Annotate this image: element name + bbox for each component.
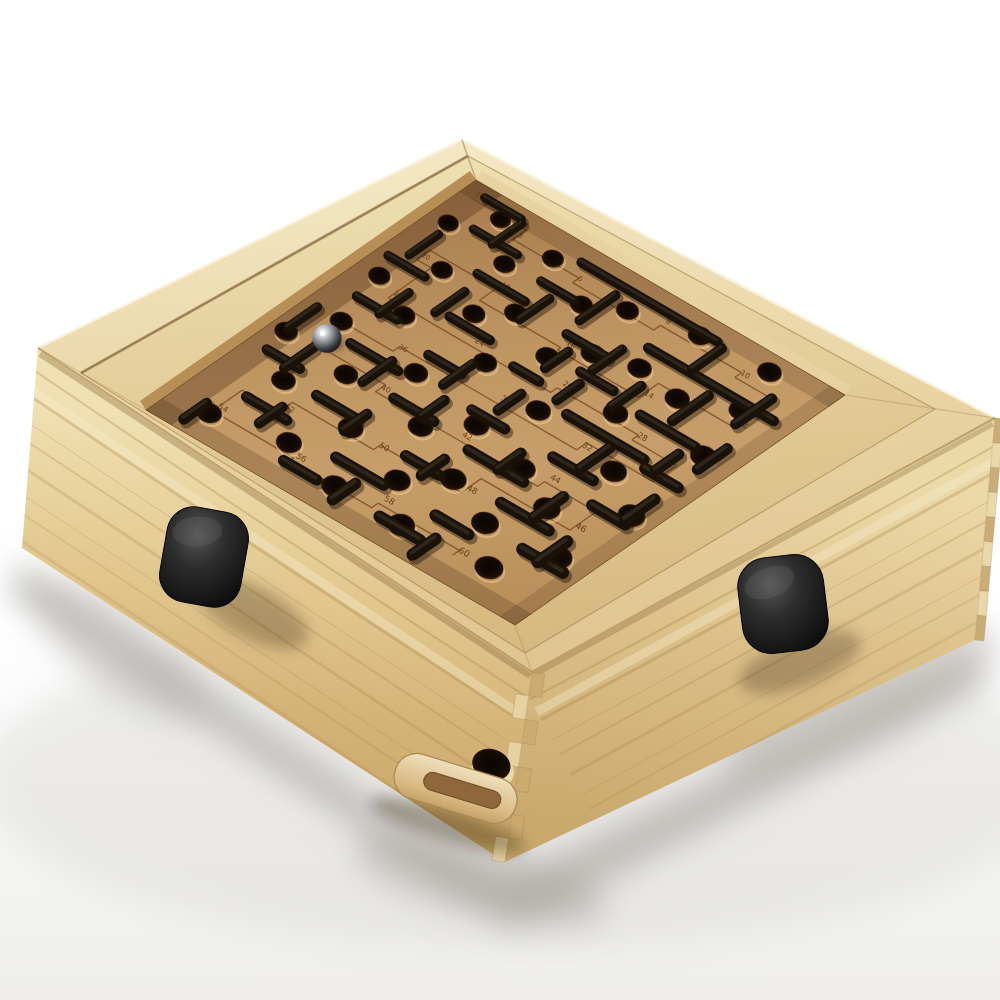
right-tilt-knob[interactable] [734, 551, 831, 657]
finger-joint-tab [977, 591, 988, 616]
finger-joint-tab [986, 492, 997, 517]
steel-ball [313, 324, 342, 353]
finger-joint-tab [982, 541, 993, 566]
finger-joint-tab [975, 615, 986, 640]
finger-joint-tab [988, 467, 999, 492]
labyrinth-game-photo: 1358101214161820222426283032343638404244… [0, 0, 1000, 1000]
finger-joint-tab [979, 566, 990, 591]
ball-specular-highlight [320, 331, 325, 336]
scene-svg: 1358101214161820222426283032343638404244… [0, 0, 1000, 1000]
finger-joint-tab [984, 517, 995, 542]
